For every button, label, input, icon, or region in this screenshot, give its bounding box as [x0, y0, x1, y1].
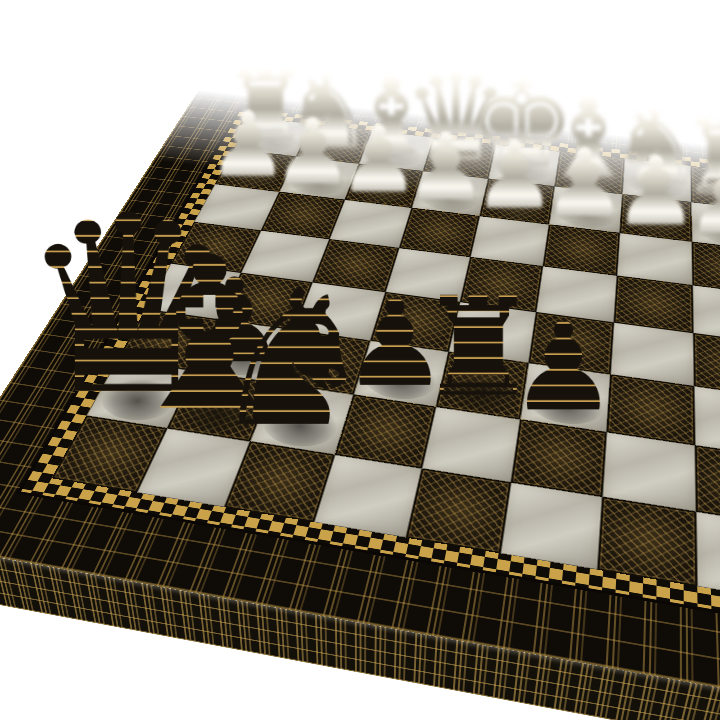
square: [598, 497, 698, 587]
black-knight: ♞: [208, 272, 377, 446]
square: ♟: [549, 186, 622, 233]
square: [314, 455, 422, 538]
square: ♟: [620, 194, 692, 242]
square: [470, 216, 549, 266]
checker-border: ♜♞♝♛♚♝♞♜♟♟♟♟♟♟♟♟♟♟♜♟♛♝♞: [19, 107, 720, 630]
square: [406, 468, 511, 553]
photo-scene: ♜♞♝♛♚♝♞♜♟♟♟♟♟♟♟♟♟♟♜♟♛♝♞: [0, 0, 720, 720]
black-pawn: ♟: [509, 311, 618, 423]
square: [696, 512, 720, 604]
square: [224, 441, 335, 522]
square: ♟: [691, 202, 720, 250]
square: [614, 276, 693, 333]
silver-pawn: ♟: [685, 156, 720, 244]
square: [693, 285, 720, 344]
chess-board: ♜♞♝♛♚♝♞♜♟♟♟♟♟♟♟♟♟♟♜♟♛♝♞: [0, 77, 720, 720]
square: ♞: [250, 383, 354, 455]
square: [500, 482, 602, 569]
board-grid: ♜♞♝♛♚♝♞♜♟♟♟♟♟♟♟♟♟♟♜♟♛♝♞: [52, 117, 720, 603]
square: ♟: [520, 363, 610, 432]
